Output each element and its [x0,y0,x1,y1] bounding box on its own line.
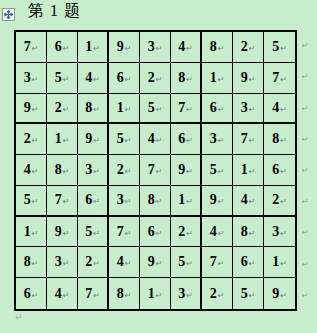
paragraph-mark-icon: ↵ [32,137,39,145]
cell-r6c1[interactable]: 5↵ [16,186,47,217]
paragraph-mark-icon: ↵ [218,260,225,268]
cell-r8c2[interactable]: 3↵ [47,247,78,278]
paragraph-mark-icon: ↵ [125,45,132,53]
paragraph-mark-icon: ↵ [218,76,225,84]
paragraph-mark-icon: ↵ [125,137,132,145]
cell-r4c5[interactable]: 4↵ [140,124,171,155]
paragraph-mark-icon: ↵ [280,260,287,268]
cell-digit: 3 [85,163,92,177]
paragraph-mark-icon: ↵ [249,106,256,114]
cell-digit: 4 [117,255,124,269]
cell-r5c9[interactable]: 6↵ [264,155,295,186]
cell-r1c8[interactable]: 2↵ [233,32,264,63]
cell-digit: 9 [117,40,124,54]
cell-digit: 8 [85,101,92,115]
cell-digit: 4 [55,287,62,301]
paragraph-mark-icon: ↵ [93,137,100,145]
paragraph-mark-icon: ↵ [32,292,39,300]
cell-r7c6[interactable]: 2↵ [171,217,202,248]
cell-r3c8[interactable]: 3↵ [233,94,264,125]
cell-digit: 4 [85,71,92,85]
cell-r9c8[interactable]: 5↵ [233,278,264,309]
cell-digit: 6 [85,193,92,207]
cell-digit: 3 [55,255,62,269]
puzzle-title: 第 1 题 [28,1,81,21]
paragraph-mark-icon: ↵ [63,137,70,145]
end-of-row-mark-icon: ↵ [302,124,314,155]
paragraph-mark-icon: ↵ [32,198,39,206]
cell-r7c7[interactable]: 4↵ [202,217,233,248]
cell-digit: 7 [241,132,248,146]
paragraph-mark-icon: ↵ [186,292,193,300]
cell-digit: 9 [272,287,279,301]
cell-digit: 1 [178,193,185,207]
cell-r2c5[interactable]: 2↵ [140,63,171,94]
cell-r3c7[interactable]: 6↵ [202,94,233,125]
cell-r4c4[interactable]: 5↵ [109,124,140,155]
cell-digit: 5 [117,132,124,146]
cell-r2c2[interactable]: 5↵ [47,63,78,94]
paragraph-mark-icon: ↵ [125,168,132,176]
end-of-row-mark-icon: ↵ [302,249,314,280]
cell-r2c4[interactable]: 6↵ [109,63,140,94]
paragraph-mark-icon: ↵ [93,198,100,206]
paragraph-mark-icon: ↵ [186,230,193,238]
cell-r1c3[interactable]: 1↵ [78,32,109,63]
paragraph-mark-icon: ↵ [249,76,256,84]
paragraph-mark-icon: ↵ [280,106,287,114]
paragraph-mark-icon: ↵ [125,106,132,114]
cell-digit: 8 [24,255,31,269]
cell-r5c3[interactable]: 3↵ [78,155,109,186]
cell-digit: 7 [55,193,62,207]
paragraph-mark-icon: ↵ [93,168,100,176]
cell-digit: 2 [148,71,155,85]
paragraph-mark-icon: ↵ [63,168,70,176]
cell-r7c1[interactable]: 1↵ [16,217,47,248]
paragraph-mark-icon: ↵ [249,198,256,206]
paragraph-mark-icon: ↵ [186,260,193,268]
cell-r3c9[interactable]: 4↵ [264,94,295,125]
cell-r4c6[interactable]: 6↵ [171,124,202,155]
cell-digit: 1 [24,225,31,239]
cell-digit: 5 [178,255,185,269]
paragraph-mark-icon: ↵ [63,106,70,114]
cell-digit: 3 [178,287,185,301]
cell-digit: 1 [55,132,62,146]
cell-digit: 6 [178,132,185,146]
paragraph-mark-icon: ↵ [218,137,225,145]
end-of-row-mark-icon: ↵ [302,155,314,186]
cell-digit: 4 [178,40,185,54]
paragraph-mark-icon: ↵ [156,230,163,238]
cell-digit: 5 [24,193,31,207]
cell-r2c7[interactable]: 1↵ [202,63,233,94]
cell-digit: 2 [272,193,279,207]
cell-digit: 6 [55,40,62,54]
cell-r9c7[interactable]: 2↵ [202,278,233,309]
cell-digit: 1 [148,287,155,301]
cell-digit: 4 [272,101,279,115]
paragraph-mark-icon: ↵ [32,45,39,53]
cell-r8c4[interactable]: 4↵ [109,247,140,278]
paragraph-mark-icon: ↵ [63,260,70,268]
end-of-row-mark-icon: ↵ [302,217,314,248]
cell-r3c5[interactable]: 5↵ [140,94,171,125]
paragraph-mark-icon: ↵ [32,106,39,114]
cell-r3c4[interactable]: 1↵ [109,94,140,125]
paragraph-mark-icon: ↵ [156,76,163,84]
paragraph-mark-icon: ↵ [280,198,287,206]
cell-r9c4[interactable]: 8↵ [109,278,140,309]
paragraph-mark-icon: ↵ [280,168,287,176]
cell-digit: 3 [24,71,31,85]
cell-digit: 8 [55,163,62,177]
end-of-row-mark-icon: ↵ [302,30,314,61]
cell-digit: 3 [148,40,155,54]
paragraph-mark-icon: ↵ [186,137,193,145]
paragraph-mark-icon: ↵ [156,45,163,53]
cell-r6c5[interactable]: 8↵ [140,186,171,217]
paragraph-mark-icon: ↵ [218,168,225,176]
paragraph-mark-icon: ↵ [218,292,225,300]
sudoku-grid: 7↵6↵1↵9↵3↵4↵8↵2↵5↵3↵5↵4↵6↵2↵8↵1↵9↵7↵9↵2↵… [14,30,297,311]
cell-digit: 9 [210,193,217,207]
cell-r6c8[interactable]: 4↵ [233,186,264,217]
cell-r2c1[interactable]: 3↵ [16,63,47,94]
paragraph-mark-icon: ↵ [218,230,225,238]
end-of-row-marks: ↵↵↵↵↵↵↵↵↵ [302,30,314,311]
cell-r1c1[interactable]: 7↵ [16,32,47,63]
paragraph-mark-icon: ↵ [32,76,39,84]
paragraph-mark-icon: ↵ [156,198,163,206]
end-of-row-mark-icon: ↵ [302,186,314,217]
cell-digit: 5 [148,101,155,115]
paragraph-mark-icon: ↵ [32,168,39,176]
cell-r2c6[interactable]: 8↵ [171,63,202,94]
cell-digit: 7 [24,40,31,54]
cell-digit: 5 [210,163,217,177]
paragraph-mark-icon: ↵ [63,230,70,238]
cell-r1c5[interactable]: 3↵ [140,32,171,63]
cell-r9c6[interactable]: 3↵ [171,278,202,309]
cell-r5c7[interactable]: 5↵ [202,155,233,186]
cell-r4c1[interactable]: 2↵ [16,124,47,155]
paragraph-mark-icon: ↵ [186,168,193,176]
cell-digit: 1 [117,101,124,115]
cell-r3c1[interactable]: 9↵ [16,94,47,125]
cell-r8c7[interactable]: 7↵ [202,247,233,278]
cell-r6c9[interactable]: 2↵ [264,186,295,217]
cell-r5c5[interactable]: 7↵ [140,155,171,186]
cell-digit: 7 [85,287,92,301]
cell-r8c1[interactable]: 8↵ [16,247,47,278]
cell-digit: 5 [55,71,62,85]
paragraph-mark-icon: ↵ [218,198,225,206]
paragraph-mark-icon: ↵ [218,45,225,53]
paragraph-mark-icon: ↵ [249,260,256,268]
cell-digit: 4 [148,132,155,146]
cell-r9c3[interactable]: 7↵ [78,278,109,309]
paragraph-mark-icon: ↵ [93,45,100,53]
paragraph-mark-icon: ↵ [249,292,256,300]
paragraph-mark-icon: ↵ [125,292,132,300]
cell-r5c8[interactable]: 1↵ [233,155,264,186]
cell-digit: 6 [241,255,248,269]
cell-digit: 1 [85,40,92,54]
paragraph-mark-icon: ↵ [249,137,256,145]
cell-r9c9[interactable]: 9↵ [264,278,295,309]
paragraph-mark-icon: ↵ [280,137,287,145]
cell-r6c7[interactable]: 9↵ [202,186,233,217]
paragraph-mark-icon: ↵ [63,198,70,206]
cell-digit: 1 [210,71,217,85]
cell-r8c9[interactable]: 1↵ [264,247,295,278]
cell-r7c8[interactable]: 8↵ [233,217,264,248]
paragraph-mark-icon: ↵ [186,198,193,206]
cell-digit: 1 [241,163,248,177]
cell-digit: 8 [178,71,185,85]
cell-digit: 9 [85,132,92,146]
cell-r1c7[interactable]: 8↵ [202,32,233,63]
cell-r9c5[interactable]: 1↵ [140,278,171,309]
paragraph-mark-icon: ↵ [125,76,132,84]
paragraph-mark-icon: ↵ [32,230,39,238]
cell-r1c9[interactable]: 5↵ [264,32,295,63]
paragraph-mark-icon: ↵ [63,76,70,84]
paragraph-mark-icon: ↵ [125,198,132,206]
cell-r4c2[interactable]: 1↵ [47,124,78,155]
end-of-row-mark-icon: ↵ [302,280,314,311]
paragraph-mark-icon: ↵ [125,230,132,238]
end-of-row-mark-icon: ↵ [302,92,314,123]
paragraph-mark-icon: ↵ [249,168,256,176]
cell-digit: 8 [210,40,217,54]
cell-digit: 3 [272,225,279,239]
paragraph-mark-icon: ↵ [63,45,70,53]
cell-r7c9[interactable]: 3↵ [264,217,295,248]
cell-digit: 6 [148,225,155,239]
cell-digit: 1 [272,255,279,269]
end-of-row-mark-icon: ↵ [302,61,314,92]
paragraph-mark-icon: ↵ [93,106,100,114]
cell-r1c2[interactable]: 6↵ [47,32,78,63]
cell-digit: 9 [241,71,248,85]
cell-digit: 2 [55,101,62,115]
paragraph-mark-icon: ↵ [32,260,39,268]
cell-digit: 8 [272,132,279,146]
cell-digit: 2 [241,40,248,54]
cell-digit: 6 [272,163,279,177]
cell-r5c6[interactable]: 9↵ [171,155,202,186]
cell-digit: 9 [55,225,62,239]
cell-digit: 7 [210,255,217,269]
paragraph-mark-icon: ↵ [156,106,163,114]
cell-digit: 4 [210,225,217,239]
cell-digit: 2 [210,287,217,301]
cell-digit: 3 [117,193,124,207]
cell-r5c1[interactable]: 4↵ [16,155,47,186]
cell-digit: 7 [148,163,155,177]
table-move-handle[interactable] [2,8,15,21]
cell-r3c3[interactable]: 8↵ [78,94,109,125]
paragraph-mark-icon: ↵ [156,292,163,300]
move-arrows-icon [4,10,13,19]
cell-r9c1[interactable]: 6↵ [16,278,47,309]
document-page: 第 1 题 7↵6↵1↵9↵3↵4↵8↵2↵5↵3↵5↵4↵6↵2↵8↵1↵9↵… [0,0,317,333]
paragraph-mark-icon: ↵ [93,292,100,300]
paragraph-mark-icon: ↵ [186,76,193,84]
cell-r6c3[interactable]: 6↵ [78,186,109,217]
cell-digit: 2 [117,163,124,177]
cell-digit: 7 [178,101,185,115]
cell-digit: 9 [24,101,31,115]
cell-digit: 4 [241,193,248,207]
cell-digit: 6 [117,71,124,85]
paragraph-mark-icon: ↵ [249,230,256,238]
cell-digit: 6 [210,101,217,115]
paragraph-mark-icon: ↵ [156,137,163,145]
cell-r5c4[interactable]: 2↵ [109,155,140,186]
cell-digit: 8 [117,287,124,301]
cell-r8c5[interactable]: 9↵ [140,247,171,278]
paragraph-mark-icon: ↵ [93,76,100,84]
paragraph-mark-icon: ↵ [280,76,287,84]
cell-digit: 5 [241,287,248,301]
cell-r8c3[interactable]: 2↵ [78,247,109,278]
paragraph-mark-icon: ↵ [280,292,287,300]
cell-digit: 5 [85,225,92,239]
cell-r2c9[interactable]: 7↵ [264,63,295,94]
cell-digit: 4 [24,163,31,177]
cell-r3c6[interactable]: 7↵ [171,94,202,125]
cell-r1c6[interactable]: 4↵ [171,32,202,63]
cell-digit: 2 [24,132,31,146]
paragraph-mark-icon: ↵ [218,106,225,114]
cell-r7c3[interactable]: 5↵ [78,217,109,248]
cell-r8c6[interactable]: 5↵ [171,247,202,278]
cell-digit: 8 [148,193,155,207]
cell-digit: 7 [117,225,124,239]
cell-digit: 3 [210,132,217,146]
paragraph-mark-icon: ↵ [186,106,193,114]
cell-digit: 7 [272,71,279,85]
paragraph-mark-icon: ↵ [249,45,256,53]
paragraph-mark-icon: ↵ [93,230,100,238]
cell-r9c2[interactable]: 4↵ [47,278,78,309]
cell-digit: 2 [85,255,92,269]
cell-r7c2[interactable]: 9↵ [47,217,78,248]
paragraph-mark-icon: ↵ [280,45,287,53]
paragraph-mark-icon: ↵ [93,260,100,268]
cell-r1c4[interactable]: 9↵ [109,32,140,63]
paragraph-mark-icon: ↵ [280,230,287,238]
cell-r2c3[interactable]: 4↵ [78,63,109,94]
cell-r6c6[interactable]: 1↵ [171,186,202,217]
cell-digit: 8 [241,225,248,239]
after-table-paragraph-mark: ↵ [15,312,23,322]
paragraph-mark-icon: ↵ [156,260,163,268]
cell-digit: 2 [178,225,185,239]
cell-r6c4[interactable]: 3↵ [109,186,140,217]
cell-digit: 9 [148,255,155,269]
cell-digit: 3 [241,101,248,115]
paragraph-mark-icon: ↵ [156,168,163,176]
cell-r7c4[interactable]: 7↵ [109,217,140,248]
cell-r5c2[interactable]: 8↵ [47,155,78,186]
cell-r7c5[interactable]: 6↵ [140,217,171,248]
cell-digit: 9 [178,163,185,177]
cell-r4c8[interactable]: 7↵ [233,124,264,155]
cell-r2c8[interactable]: 9↵ [233,63,264,94]
cell-r4c9[interactable]: 8↵ [264,124,295,155]
cell-r8c8[interactable]: 6↵ [233,247,264,278]
cell-r4c3[interactable]: 9↵ [78,124,109,155]
paragraph-mark-icon: ↵ [63,292,70,300]
cell-r3c2[interactable]: 2↵ [47,94,78,125]
cell-r6c2[interactable]: 7↵ [47,186,78,217]
paragraph-mark-icon: ↵ [125,260,132,268]
cell-r4c7[interactable]: 3↵ [202,124,233,155]
cell-digit: 6 [24,287,31,301]
paragraph-mark-icon: ↵ [186,45,193,53]
cell-digit: 5 [272,40,279,54]
